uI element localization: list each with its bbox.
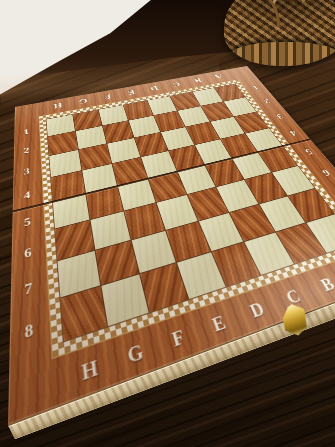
rank-label-right-5: 5 xyxy=(303,147,314,156)
rank-label-left-2: 2 xyxy=(24,146,30,155)
file-label-bottom-c: C xyxy=(283,286,304,307)
photo-scene: HGFEDCBAHGFEDCBA1234567812345678 xyxy=(0,0,335,447)
file-label-bottom-h: H xyxy=(80,355,99,384)
rank-label-left-3: 3 xyxy=(24,166,30,176)
rank-label-left-4: 4 xyxy=(24,189,31,200)
rank-label-left-6: 6 xyxy=(24,245,32,260)
wicker-basket xyxy=(224,0,335,66)
rank-label-right-6: 6 xyxy=(319,167,331,177)
file-label-bottom-e: E xyxy=(209,311,228,334)
rank-label-right-1: 1 xyxy=(251,84,259,90)
rank-label-left-7: 7 xyxy=(24,280,32,297)
file-label-top-h: H xyxy=(53,102,62,110)
file-label-top-d: D xyxy=(149,85,159,92)
file-label-top-g: G xyxy=(78,97,88,105)
rank-label-right-3: 3 xyxy=(274,112,283,119)
rank-label-left-5: 5 xyxy=(24,215,31,228)
file-label-top-b: B xyxy=(193,77,203,84)
file-label-top-e: E xyxy=(127,89,136,96)
rank-label-left-1: 1 xyxy=(23,128,29,136)
file-label-top-a: A xyxy=(213,73,223,79)
rank-label-right-2: 2 xyxy=(262,98,271,104)
file-label-bottom-f: F xyxy=(170,325,187,349)
file-label-bottom-b: B xyxy=(317,274,335,294)
file-label-top-f: F xyxy=(103,93,111,100)
file-label-top-c: C xyxy=(171,81,181,88)
rank-label-right-4: 4 xyxy=(288,129,298,137)
file-label-bottom-g: G xyxy=(125,340,144,367)
rank-label-left-8: 8 xyxy=(24,320,33,340)
file-label-bottom-d: D xyxy=(247,298,267,320)
